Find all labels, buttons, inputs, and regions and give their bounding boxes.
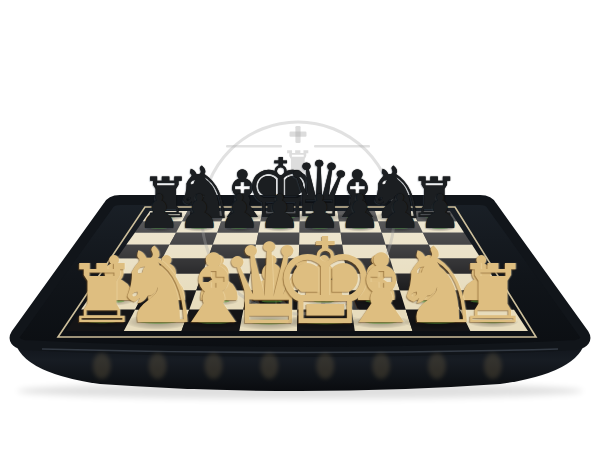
- watermark-text: AN PA: [222, 289, 392, 315]
- chess-board: [0, 0, 600, 450]
- chess-set-product-photo: ♜♞♝♚♛♝♞♜♟♟♟♟♟♟♟♟♟♟♟♟♟♟♟♟♜♞♝♛♚♝♞♜ ♜ AN PA: [0, 0, 600, 450]
- piece-reflection: [428, 353, 446, 379]
- piece-reflection: [260, 353, 278, 379]
- piece-reflection: [372, 353, 390, 379]
- piece-reflection: [93, 353, 111, 379]
- piece-reflection: [316, 353, 334, 379]
- piece-reflection: [205, 353, 223, 379]
- piece-reflection: [149, 353, 167, 379]
- piece-reflection: [484, 353, 502, 379]
